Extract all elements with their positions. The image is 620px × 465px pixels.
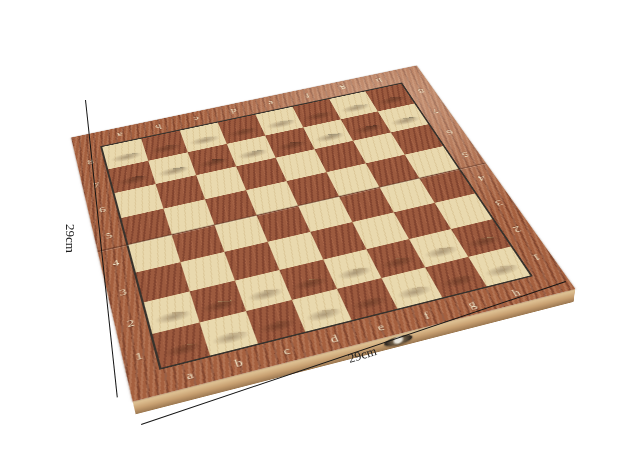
black-queen-icon: ♛ [213,79,266,137]
square-h8 [365,84,414,112]
piece-shadow-g7 [350,122,384,135]
square-f5 [326,163,379,196]
black-pawn-icon: ♟ [384,85,419,124]
black-bishop-icon: ♝ [178,92,226,145]
square-d6 [236,158,286,190]
piece-shadow-d7 [235,147,269,161]
square-b6 [156,175,205,208]
black-rook-icon: ♜ [369,60,408,103]
black-bishop-icon: ♝ [292,69,339,121]
black-pawn-icon: ♟ [232,117,268,157]
black-king-icon: ♚ [250,68,306,130]
square-d7 [227,136,276,167]
black-rook-icon: ♜ [103,115,144,160]
piece-shadow-a7 [115,173,149,188]
piece-shadow-f8 [301,109,334,122]
square-e8 [255,107,303,136]
square-a7 [108,161,155,193]
piece-shadow-d8 [226,125,259,138]
square-e7 [265,127,314,157]
square-f7 [303,119,353,149]
file-label-top-f: f [303,92,310,99]
rank-label-left-8: 8 [86,157,94,165]
square-f6 [315,141,366,172]
square-a8 [102,139,148,170]
black-pawn-icon: ♟ [193,125,229,165]
chess-board: aabbccddeeffgghh8877665544332211 ♜♞♝♛♚♝♞… [71,66,575,402]
rank-label-right-8: 8 [416,87,426,94]
rank-label-right-4: 4 [476,173,487,182]
piece-shadow-b7 [156,164,190,178]
rank-label-left-6: 6 [98,204,106,213]
square-e6 [276,149,327,181]
piece-shadow-h8 [375,94,408,107]
piece-shadow-e8 [264,117,297,130]
file-label-top-c: c [192,115,200,122]
square-g7 [341,111,391,140]
file-label-top-a: a [116,131,123,139]
square-e5 [287,172,340,206]
square-g6 [353,132,405,163]
file-label-top-d: d [229,107,237,114]
rank-label-right-7: 7 [430,107,440,114]
black-knight-icon: ♞ [141,103,186,152]
piece-shadow-h7 [388,114,422,127]
rank-label-right-6: 6 [444,128,454,136]
piece-shadow-f7 [313,130,347,144]
rank-label-left-7: 7 [92,180,100,189]
black-knight-icon: ♞ [330,64,373,111]
square-c8 [180,123,227,153]
square-c7 [188,144,236,175]
piece-shadow-b8 [149,142,182,156]
square-a6 [115,184,164,218]
square-f8 [293,99,341,127]
piece-shadow-a8 [109,150,143,164]
black-pawn-icon: ♟ [347,92,382,131]
black-pawn-icon: ♟ [309,100,345,139]
coordinate-labels: aabbccddeeffgghh8877665544332211 [71,66,416,138]
file-label-top-e: e [266,100,274,107]
square-b8 [141,131,188,161]
square-g8 [329,91,378,119]
product-photo: { "game": "chess", "scene": "wooden fold… [0,0,620,465]
black-pawn-icon: ♟ [271,108,307,147]
square-h6 [391,124,443,154]
piece-shadow-c7 [196,155,230,169]
file-label-top-g: g [339,84,348,91]
file-label-top-h: h [374,77,383,84]
square-g5 [366,155,419,188]
scene: aabbccddeeffgghh8877665544332211 ♜♞♝♛♚♝♞… [0,0,620,465]
black-pawn-icon: ♟ [153,133,190,173]
black-pawn-icon: ♟ [112,142,149,183]
pieces-layer: ♜♞♝♛♚♝♞♜♟♟♟♟♟♟♟♟♟♟♟♟♟♟♟♟♜♞♝♛♚♝♞♜ [71,66,575,402]
rank-label-right-5: 5 [460,150,471,158]
piece-shadow-g8 [338,102,371,115]
square-c6 [196,166,246,199]
square-d8 [218,115,265,144]
piece-shadow-e7 [274,139,308,153]
square-h5 [405,146,459,178]
camera-roll: aabbccddeeffgghh8877665544332211 ♜♞♝♛♚♝♞… [0,0,620,465]
file-label-top-b: b [154,123,162,131]
square-h7 [378,104,429,133]
square-b7 [148,152,196,184]
piece-shadow-c8 [188,133,221,147]
